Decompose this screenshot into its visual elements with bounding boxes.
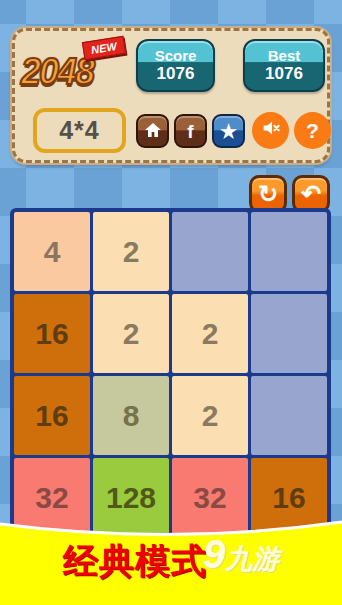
best-value: 1076 (245, 64, 323, 84)
question-icon: ? (306, 119, 319, 143)
score-value: 1076 (138, 64, 213, 84)
home-button[interactable] (136, 114, 169, 148)
game-screen: 2048 NEW Score 1076 Best 1076 4*4 f ★ (0, 0, 342, 605)
facebook-button[interactable]: f (174, 114, 207, 148)
tile-16: 16 (14, 376, 90, 455)
tile-empty (251, 294, 327, 373)
tile-empty (251, 212, 327, 291)
star-button[interactable]: ★ (212, 114, 245, 148)
tile-2: 2 (93, 212, 169, 291)
facebook-icon: f (187, 122, 193, 141)
restart-icon: ↻ (258, 182, 278, 206)
tile-2: 2 (172, 294, 248, 373)
game-logo: 2048 NEW (21, 51, 121, 107)
grid-size-label: 4*4 (33, 108, 126, 153)
tile-2: 2 (93, 294, 169, 373)
best-display: Best 1076 (243, 39, 325, 92)
tile-16: 16 (14, 294, 90, 373)
new-badge: NEW (82, 36, 126, 60)
board-grid[interactable]: 4216221682321283216 (10, 208, 331, 541)
score-display: Score 1076 (136, 39, 215, 92)
tile-empty (172, 212, 248, 291)
speaker-mute-icon (260, 117, 282, 144)
star-icon: ★ (220, 122, 237, 141)
best-label: Best (245, 47, 323, 64)
header-card: 2048 NEW Score 1076 Best 1076 4*4 f ★ (12, 28, 330, 163)
logo-text: 2048 (21, 51, 93, 92)
help-button[interactable]: ? (294, 112, 331, 149)
footer: 经典模式 9九游 (0, 538, 342, 585)
mode-label: 经典模式 (63, 538, 207, 585)
tile-8: 8 (93, 376, 169, 455)
tile-empty (251, 376, 327, 455)
tile-4: 4 (14, 212, 90, 291)
home-icon (143, 120, 163, 143)
undo-icon: ↶ (301, 182, 321, 206)
mute-button[interactable] (252, 112, 289, 149)
9game-logo: 9九游 (203, 532, 279, 577)
tile-2: 2 (172, 376, 248, 455)
9game-mark: 9 (203, 532, 225, 576)
score-label: Score (138, 47, 213, 64)
9game-name: 九游 (225, 544, 279, 574)
